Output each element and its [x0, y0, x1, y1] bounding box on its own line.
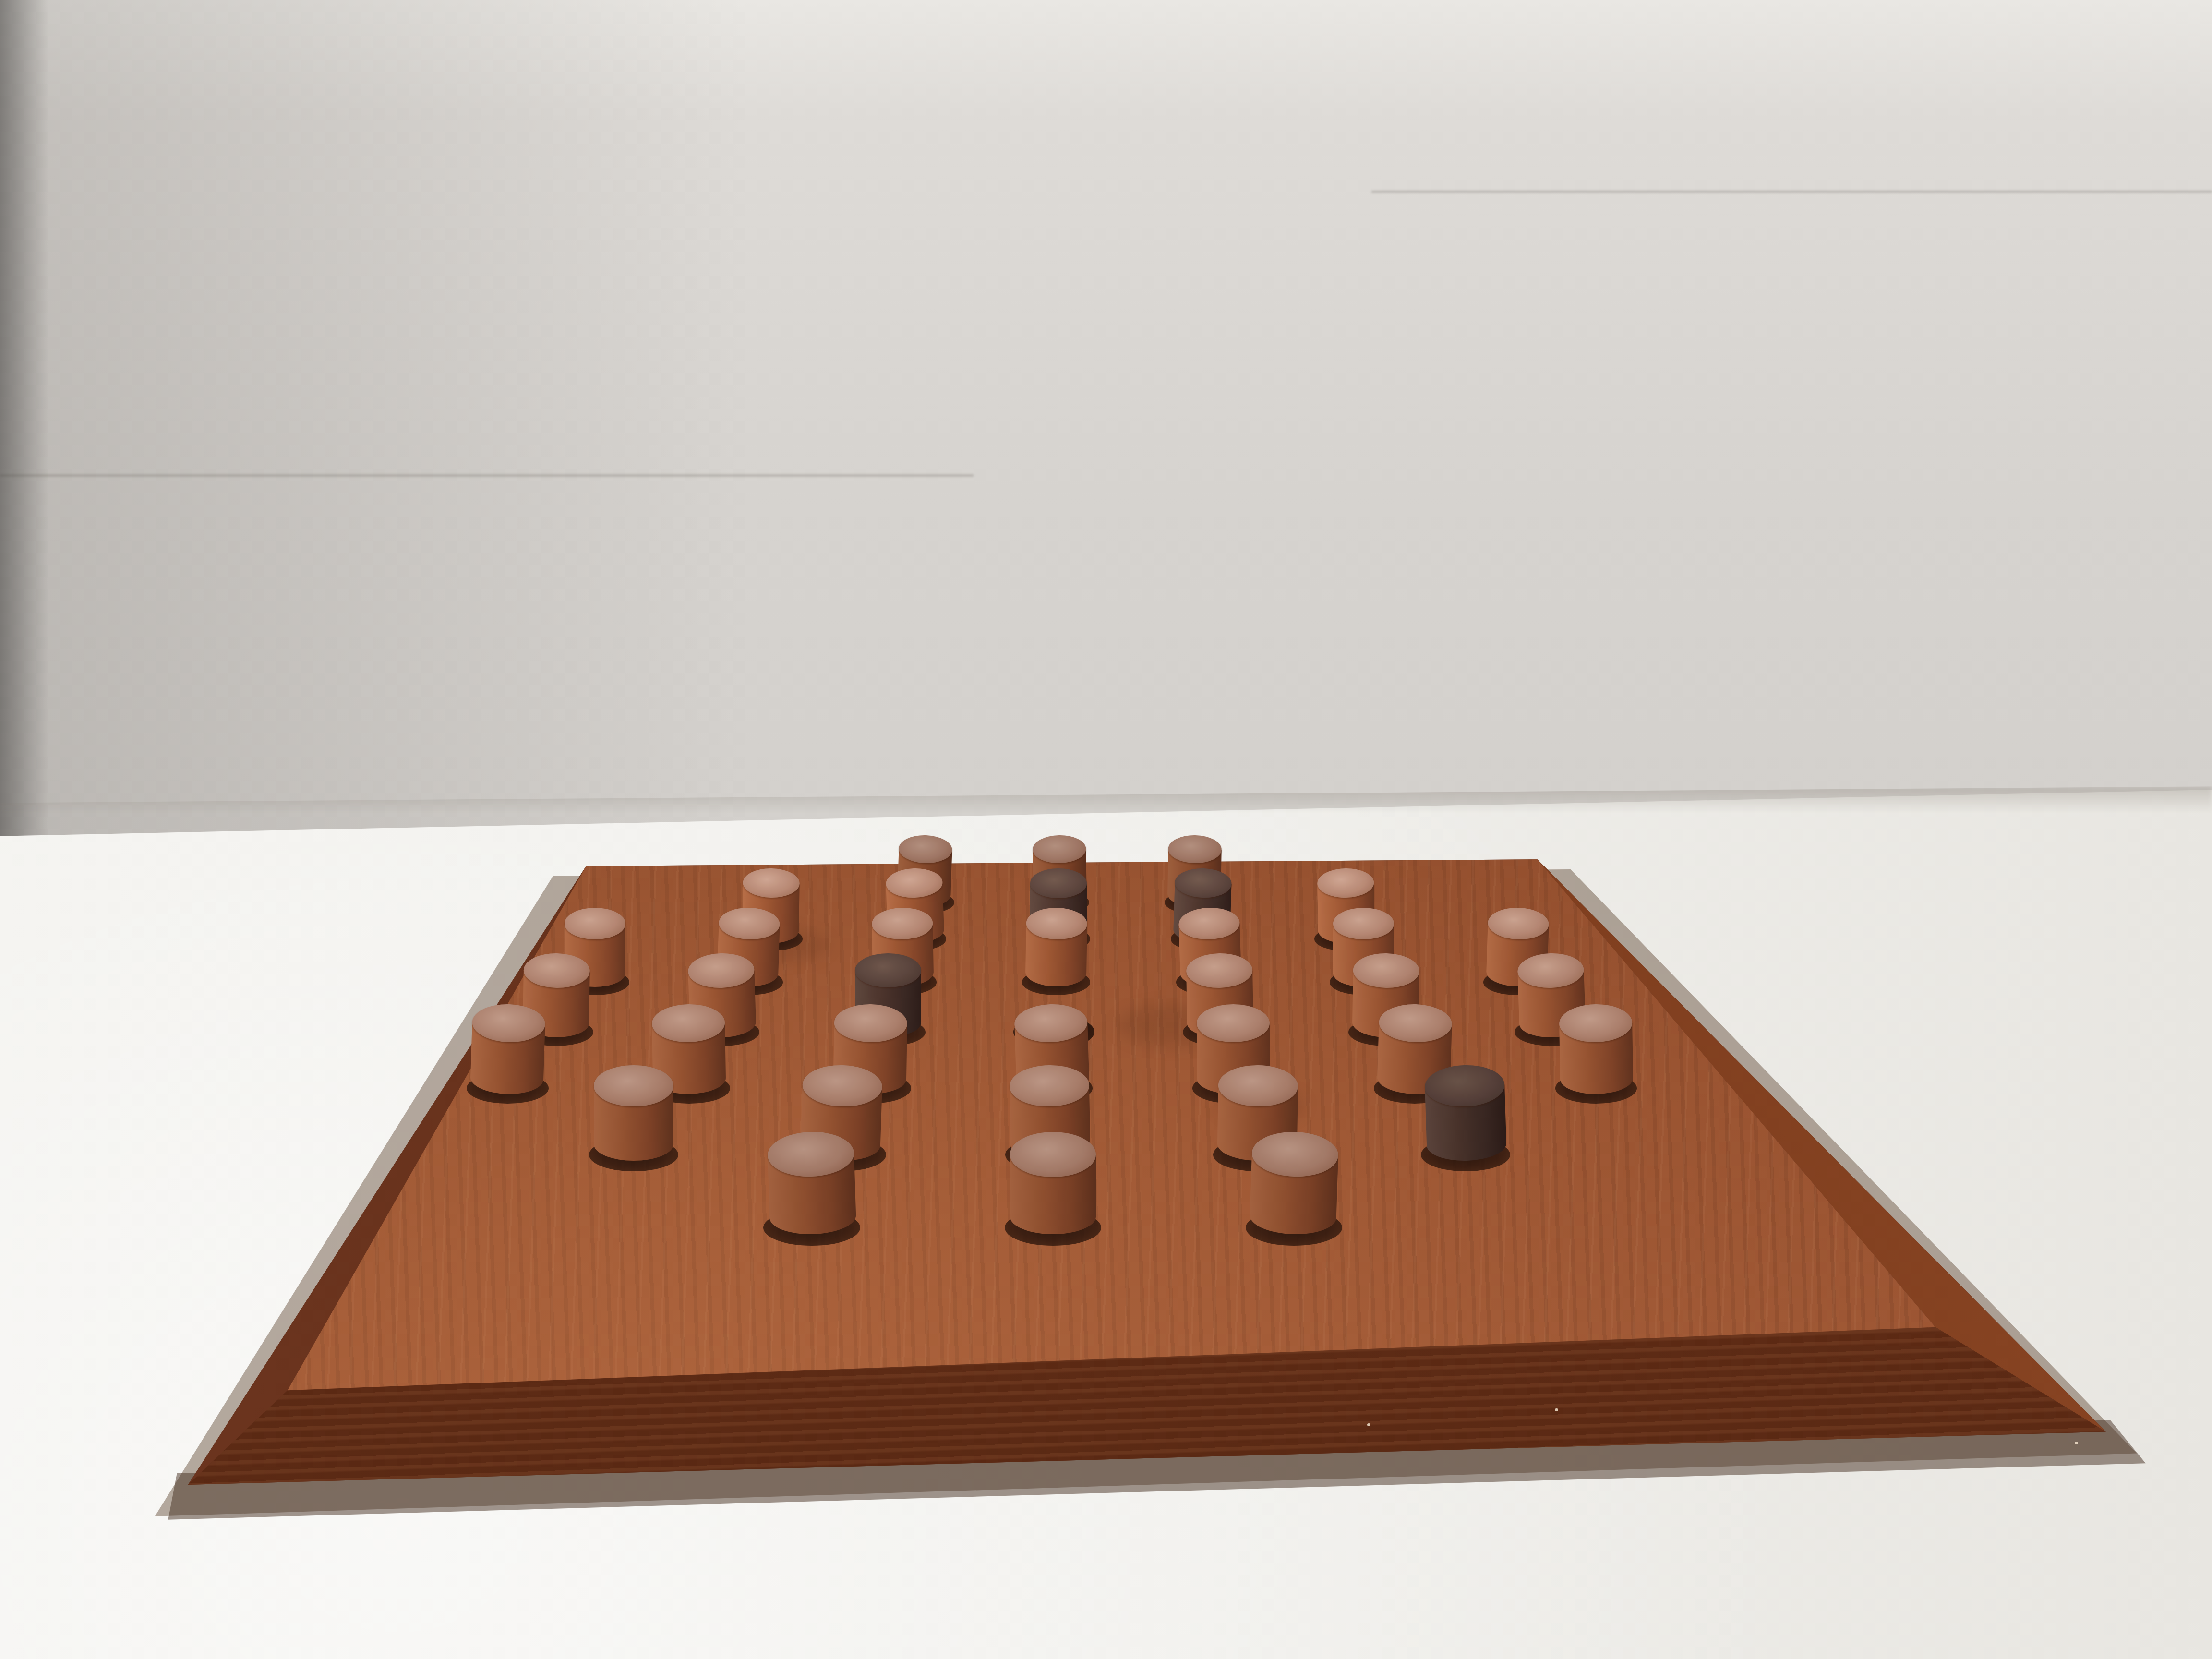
peg-top — [523, 952, 590, 988]
peg-r5-c1[interactable] — [594, 1065, 673, 1161]
peg-top — [1033, 835, 1086, 863]
peg-field — [0, 0, 2212, 1659]
peg-top — [1030, 868, 1087, 898]
peg-r2-c3[interactable] — [1025, 907, 1087, 987]
peg-r6-c4[interactable] — [1250, 1131, 1339, 1236]
peg-r5-c5[interactable] — [1424, 1064, 1507, 1162]
photo-scene — [0, 0, 2212, 1659]
peg-r4-c0[interactable] — [470, 1003, 546, 1095]
peg-top — [1168, 835, 1221, 863]
peg-r6-c3[interactable] — [1010, 1132, 1096, 1234]
peg-r4-c6[interactable] — [1559, 1004, 1633, 1094]
peg-top — [594, 1065, 673, 1106]
peg-top — [565, 908, 625, 939]
peg-top — [1010, 1132, 1096, 1177]
peg-r6-c2[interactable] — [767, 1131, 856, 1236]
peg-top — [855, 953, 921, 988]
peg-top — [1353, 952, 1419, 988]
peg-top — [1333, 908, 1394, 939]
peg-top — [1197, 1004, 1270, 1042]
